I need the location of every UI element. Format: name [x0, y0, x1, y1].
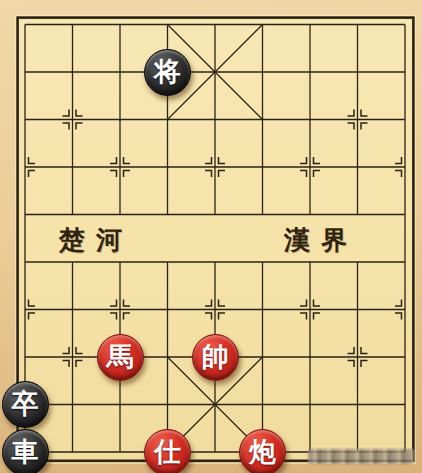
board-cell: 車: [1, 428, 49, 473]
piece-red-horse[interactable]: 馬: [97, 334, 144, 381]
piece-black-chariot[interactable]: 車: [2, 429, 49, 473]
piece-red-cannon[interactable]: 炮: [239, 429, 286, 473]
board-cell: 将: [144, 48, 192, 96]
piece-red-general[interactable]: 帥: [192, 334, 239, 381]
board-cell: 帥: [191, 333, 239, 381]
piece-black-soldier[interactable]: 卒: [2, 381, 49, 428]
board-grid: 将馬帥卒車仕炮: [1, 1, 422, 473]
board-cell: 卒: [1, 381, 49, 429]
board-cell: 炮: [239, 428, 287, 473]
piece-black-general[interactable]: 将: [144, 49, 191, 96]
xiangqi-screenshot: 楚河 漢界 将馬帥卒車仕炮: [0, 0, 422, 473]
piece-red-advisor[interactable]: 仕: [144, 429, 191, 473]
blurred-watermark: [308, 449, 414, 464]
board-cell: 馬: [96, 333, 144, 381]
board-cell: 仕: [144, 428, 192, 473]
